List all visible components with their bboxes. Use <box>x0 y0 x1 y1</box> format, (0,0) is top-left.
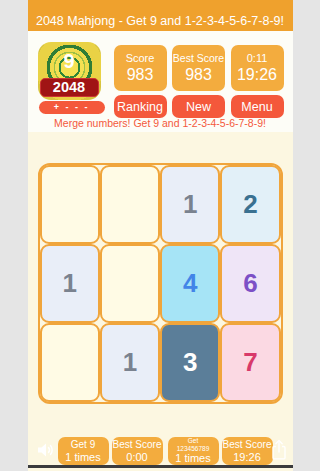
board-cell: 1 <box>160 165 220 244</box>
best-time-all-value: 19:26 <box>233 452 261 463</box>
share-icon <box>270 449 288 464</box>
get-9-count: 1 times <box>65 452 100 463</box>
timer-elapsed: 0:11 <box>247 52 268 65</box>
score-box: Score 983 <box>114 45 167 91</box>
best-time-9-value: 0:00 <box>126 452 147 463</box>
board-cell: 7 <box>220 323 280 402</box>
hint-text: Merge numbers! Get 9 and 1-2-3-4-5-6-7-8… <box>28 117 293 129</box>
board-cell: 4 <box>160 244 220 323</box>
get-all-count: 1 times <box>175 453 210 464</box>
get-123456789-stat-button[interactable]: Get 123456789 1 times <box>168 437 219 465</box>
get-9-stat-button[interactable]: Get 9 1 times <box>58 437 109 465</box>
best-score-box: Best Score 983 <box>172 45 225 91</box>
title-bar: 2048 Mahjong - Get 9 and 1-2-3-4-5-6-7-8… <box>28 0 293 31</box>
board-cell: 3 <box>160 323 220 402</box>
best-time-9-button[interactable]: Best Score 0:00 <box>112 437 163 465</box>
header: 9 2048 + - - - Score 983 Best Score 983 … <box>28 31 293 132</box>
app-screen: 2048 Mahjong - Get 9 and 1-2-3-4-5-6-7-8… <box>28 0 293 471</box>
get-all-label-1: Get <box>188 438 198 445</box>
app-logo: 9 2048 <box>38 42 101 100</box>
app-logo-banner: 2048 <box>40 78 99 97</box>
board-cell <box>100 244 160 323</box>
score-value: 983 <box>127 66 154 84</box>
app-logo-number: 9 <box>38 47 101 75</box>
timer-box: 0:11 19:26 <box>231 45 284 91</box>
best-time-all-label: Best Score <box>223 440 272 450</box>
board-cell <box>40 323 100 402</box>
sound-toggle-button[interactable] <box>33 438 59 464</box>
best-score-label: Best Score <box>173 52 224 65</box>
best-score-value: 983 <box>185 66 212 84</box>
board-cell: 1 <box>40 244 100 323</box>
board-cell: 6 <box>220 244 280 323</box>
ranking-button[interactable]: Ranking <box>114 95 167 118</box>
score-label: Score <box>126 52 155 65</box>
more-apps-button[interactable]: + - - - <box>39 101 105 114</box>
game-board[interactable]: 1 2 1 4 6 1 3 7 <box>38 163 283 404</box>
board-cell: 1 <box>100 323 160 402</box>
page-title: 2048 Mahjong - Get 9 and 1-2-3-4-5-6-7-8… <box>36 14 284 28</box>
stats-grid: Score 983 Best Score 983 0:11 19:26 Rank… <box>114 45 284 118</box>
best-time-9-label: Best Score <box>113 440 162 450</box>
share-button[interactable] <box>269 439 289 463</box>
best-time-all-button[interactable]: Best Score 19:26 <box>222 437 273 465</box>
speaker-icon <box>34 450 58 465</box>
get-9-label: Get 9 <box>71 440 95 450</box>
board-cell <box>100 165 160 244</box>
board-cell <box>40 165 100 244</box>
bottom-divider <box>28 465 293 468</box>
menu-button[interactable]: Menu <box>231 95 284 118</box>
new-game-button[interactable]: New <box>172 95 225 118</box>
timer-total: 19:26 <box>237 66 277 84</box>
board-cell: 2 <box>220 165 280 244</box>
